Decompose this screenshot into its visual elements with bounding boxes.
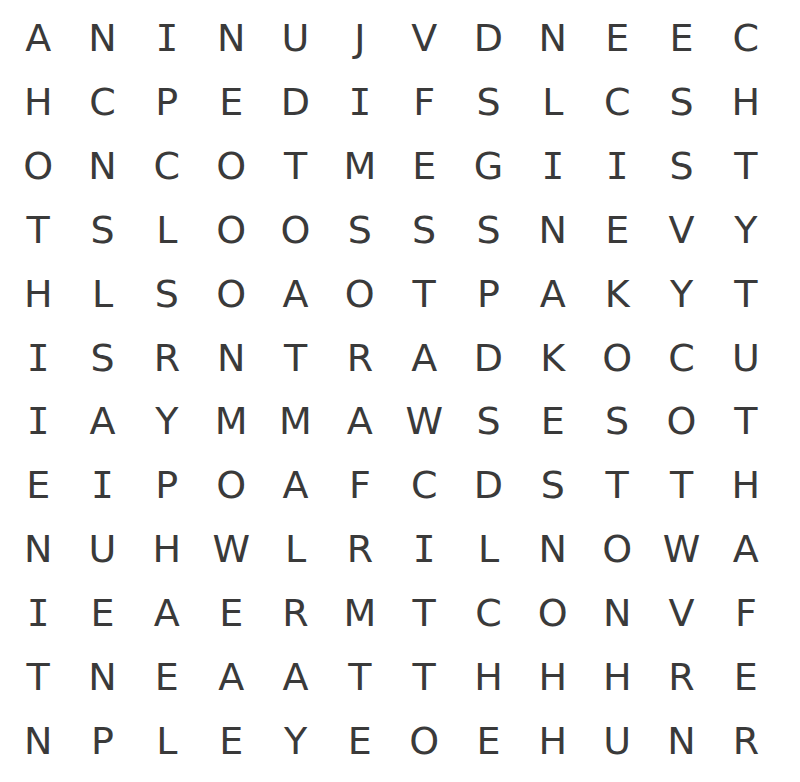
grid-cell[interactable]: N: [70, 645, 134, 709]
grid-cell[interactable]: M: [328, 581, 392, 645]
grid-cell[interactable]: P: [456, 262, 520, 326]
grid-cell[interactable]: A: [263, 262, 327, 326]
grid-cell[interactable]: C: [135, 134, 199, 198]
grid-cell[interactable]: I: [135, 6, 199, 70]
grid-cell[interactable]: T: [6, 198, 70, 262]
grid-cell[interactable]: E: [456, 709, 520, 773]
grid-cell[interactable]: T: [714, 134, 778, 198]
grid-cell[interactable]: O: [263, 198, 327, 262]
grid-cell[interactable]: O: [649, 390, 713, 454]
grid-cell[interactable]: I: [521, 134, 585, 198]
grid-cell[interactable]: H: [456, 645, 520, 709]
grid-cell[interactable]: N: [6, 517, 70, 581]
grid-cell[interactable]: D: [456, 326, 520, 390]
grid-cell[interactable]: E: [199, 70, 263, 134]
grid-cell[interactable]: J: [328, 6, 392, 70]
grid-cell[interactable]: A: [70, 390, 134, 454]
grid-cell[interactable]: N: [70, 134, 134, 198]
grid-cell[interactable]: H: [714, 453, 778, 517]
grid-cell[interactable]: I: [6, 326, 70, 390]
grid-cell[interactable]: C: [456, 581, 520, 645]
grid-cell[interactable]: S: [456, 70, 520, 134]
grid-cell[interactable]: W: [649, 517, 713, 581]
grid-cell[interactable]: L: [263, 517, 327, 581]
grid-cell[interactable]: I: [392, 517, 456, 581]
grid-cell[interactable]: N: [649, 709, 713, 773]
grid-cell[interactable]: L: [521, 70, 585, 134]
grid-cell[interactable]: T: [263, 326, 327, 390]
grid-cell[interactable]: O: [521, 581, 585, 645]
grid-cell[interactable]: M: [328, 134, 392, 198]
grid-cell[interactable]: V: [649, 581, 713, 645]
grid-cell[interactable]: O: [6, 134, 70, 198]
grid-cell[interactable]: S: [649, 70, 713, 134]
word-search-grid: ANINUJVDNEECHCPEDIFSLCSHONCOTMEGIISTTSLO…: [0, 0, 800, 782]
grid-cell[interactable]: M: [263, 390, 327, 454]
grid-cell[interactable]: R: [135, 326, 199, 390]
grid-cell[interactable]: U: [714, 326, 778, 390]
grid-cell[interactable]: A: [135, 581, 199, 645]
grid-cell[interactable]: E: [392, 134, 456, 198]
grid-cell[interactable]: H: [521, 645, 585, 709]
grid-cell[interactable]: R: [328, 326, 392, 390]
grid-cell[interactable]: H: [6, 70, 70, 134]
grid-cell[interactable]: K: [585, 262, 649, 326]
grid-cell[interactable]: R: [328, 517, 392, 581]
grid-cell[interactable]: E: [585, 198, 649, 262]
grid-cell[interactable]: V: [649, 198, 713, 262]
grid-cell[interactable]: Y: [649, 262, 713, 326]
grid-cell[interactable]: Y: [135, 390, 199, 454]
grid-cell[interactable]: L: [456, 517, 520, 581]
grid-cell[interactable]: T: [714, 390, 778, 454]
grid-cell[interactable]: T: [6, 645, 70, 709]
grid-cell[interactable]: E: [649, 6, 713, 70]
grid-cell[interactable]: E: [328, 709, 392, 773]
grid-cell[interactable]: E: [199, 709, 263, 773]
grid-cell[interactable]: N: [70, 6, 134, 70]
grid-cell[interactable]: E: [199, 581, 263, 645]
grid-cell[interactable]: N: [585, 581, 649, 645]
grid-cell[interactable]: O: [199, 262, 263, 326]
grid-cell[interactable]: I: [328, 70, 392, 134]
grid-cell[interactable]: S: [70, 326, 134, 390]
grid-cell[interactable]: H: [135, 517, 199, 581]
grid-cell[interactable]: T: [392, 645, 456, 709]
grid-cell[interactable]: U: [70, 517, 134, 581]
grid-cell[interactable]: S: [585, 390, 649, 454]
grid-cell[interactable]: F: [714, 581, 778, 645]
grid-cell[interactable]: S: [135, 262, 199, 326]
grid-cell[interactable]: R: [263, 581, 327, 645]
grid-cell[interactable]: F: [392, 70, 456, 134]
grid-cell[interactable]: E: [6, 453, 70, 517]
grid-cell[interactable]: A: [6, 6, 70, 70]
grid-cell[interactable]: A: [328, 390, 392, 454]
grid-cell[interactable]: N: [521, 6, 585, 70]
grid-cell[interactable]: N: [6, 709, 70, 773]
grid-cell[interactable]: E: [135, 645, 199, 709]
grid-cell[interactable]: H: [521, 709, 585, 773]
grid-cell[interactable]: H: [6, 262, 70, 326]
grid-cell[interactable]: I: [585, 134, 649, 198]
grid-cell[interactable]: I: [6, 390, 70, 454]
grid-cell[interactable]: P: [135, 70, 199, 134]
grid-cell[interactable]: A: [199, 645, 263, 709]
grid-cell[interactable]: R: [714, 709, 778, 773]
grid-cell[interactable]: G: [456, 134, 520, 198]
grid-cell[interactable]: S: [456, 390, 520, 454]
grid-cell[interactable]: T: [649, 453, 713, 517]
grid-cell[interactable]: A: [521, 262, 585, 326]
grid-cell[interactable]: L: [135, 709, 199, 773]
grid-cell[interactable]: S: [649, 134, 713, 198]
grid-cell[interactable]: H: [714, 70, 778, 134]
grid-cell[interactable]: K: [521, 326, 585, 390]
grid-cell[interactable]: D: [456, 453, 520, 517]
grid-cell[interactable]: N: [199, 326, 263, 390]
grid-cell[interactable]: T: [263, 134, 327, 198]
grid-cell[interactable]: T: [585, 453, 649, 517]
grid-cell[interactable]: R: [649, 645, 713, 709]
grid-cell[interactable]: S: [70, 198, 134, 262]
grid-cell[interactable]: E: [70, 581, 134, 645]
grid-cell[interactable]: E: [714, 645, 778, 709]
grid-cell[interactable]: Y: [263, 709, 327, 773]
grid-cell[interactable]: A: [392, 326, 456, 390]
grid-cell[interactable]: Y: [714, 198, 778, 262]
grid-cell[interactable]: N: [521, 198, 585, 262]
grid-cell[interactable]: O: [328, 262, 392, 326]
grid-cell[interactable]: O: [199, 198, 263, 262]
grid-cell[interactable]: O: [585, 326, 649, 390]
grid-cell[interactable]: E: [521, 390, 585, 454]
grid-cell[interactable]: A: [263, 645, 327, 709]
grid-cell[interactable]: L: [70, 262, 134, 326]
grid-cell[interactable]: F: [328, 453, 392, 517]
grid-cell[interactable]: D: [263, 70, 327, 134]
grid-cell[interactable]: L: [135, 198, 199, 262]
grid-cell[interactable]: T: [392, 262, 456, 326]
grid-cell[interactable]: I: [70, 453, 134, 517]
grid-cell[interactable]: S: [328, 198, 392, 262]
grid-cell[interactable]: M: [199, 390, 263, 454]
grid-cell[interactable]: V: [392, 6, 456, 70]
grid-cell[interactable]: C: [392, 453, 456, 517]
grid-cell[interactable]: O: [392, 709, 456, 773]
grid-cell[interactable]: D: [456, 6, 520, 70]
grid-cell[interactable]: C: [585, 70, 649, 134]
grid-cell[interactable]: N: [199, 6, 263, 70]
grid-cell[interactable]: S: [456, 198, 520, 262]
grid-cell[interactable]: S: [521, 453, 585, 517]
grid-cell[interactable]: S: [392, 198, 456, 262]
grid-cell[interactable]: H: [585, 645, 649, 709]
grid-cell[interactable]: U: [585, 709, 649, 773]
grid-cell[interactable]: O: [585, 517, 649, 581]
grid-cell[interactable]: C: [714, 6, 778, 70]
grid-cell[interactable]: W: [199, 517, 263, 581]
grid-cell[interactable]: P: [70, 709, 134, 773]
grid-cell[interactable]: N: [521, 517, 585, 581]
grid-cell[interactable]: E: [585, 6, 649, 70]
grid-cell[interactable]: T: [392, 581, 456, 645]
grid-cell[interactable]: W: [392, 390, 456, 454]
grid-cell[interactable]: I: [6, 581, 70, 645]
grid-cell[interactable]: C: [70, 70, 134, 134]
grid-cell[interactable]: C: [649, 326, 713, 390]
grid-cell[interactable]: A: [714, 517, 778, 581]
grid-cell[interactable]: U: [263, 6, 327, 70]
grid-cell[interactable]: T: [328, 645, 392, 709]
grid-cell[interactable]: O: [199, 134, 263, 198]
grid-cell[interactable]: P: [135, 453, 199, 517]
grid-cell[interactable]: A: [263, 453, 327, 517]
grid-cell[interactable]: T: [714, 262, 778, 326]
grid-cell[interactable]: O: [199, 453, 263, 517]
